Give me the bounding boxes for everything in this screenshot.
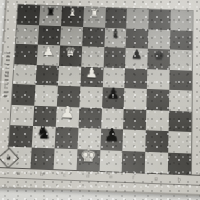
square-d7 [82, 27, 105, 48]
file-label: b [40, 171, 44, 177]
square-d3 [78, 107, 101, 129]
square-c6: ♛ [59, 45, 82, 66]
white-pawn: ♟ [56, 102, 80, 124]
white-king: ♚ [76, 145, 100, 167]
black-pawn: ♟ [125, 44, 148, 65]
black-knight: ♞ [32, 122, 56, 144]
square-b1 [30, 147, 54, 169]
square-d5: ♟ [80, 66, 103, 87]
square-b8: ♜ [39, 5, 62, 25]
square-b2: ♞ [32, 126, 56, 148]
square-g2 [146, 130, 169, 152]
white-rook: ♜ [83, 4, 106, 24]
square-b4 [34, 85, 58, 106]
board-grid: ♜♝♜♝♟♛♟♚♟♟♟♞♟♚ [7, 5, 192, 175]
square-a7 [16, 24, 39, 45]
square-a3 [10, 104, 34, 126]
square-h1 [168, 152, 191, 174]
square-e6 [103, 47, 126, 68]
file-label: c [63, 172, 66, 178]
square-a2 [9, 125, 33, 147]
square-f8 [127, 9, 149, 29]
white-pawn: ♟ [37, 41, 60, 62]
square-b6: ♟ [37, 45, 60, 66]
black-king: ♚ [148, 45, 171, 66]
square-h2 [168, 131, 191, 153]
square-e2: ♟ [100, 129, 123, 151]
maker-text-marks [3, 52, 10, 97]
square-g3 [146, 109, 169, 131]
square-c2 [54, 127, 78, 149]
file-label: e [109, 173, 112, 179]
white-pawn: ♟ [80, 63, 103, 84]
square-h3 [169, 110, 192, 132]
file-label: a [17, 170, 20, 176]
square-b5 [35, 65, 58, 86]
white-bishop: ♝ [61, 3, 84, 23]
file-label: h [178, 176, 181, 182]
square-g1 [145, 151, 168, 173]
square-f6: ♟ [125, 48, 148, 69]
square-c5 [58, 65, 81, 86]
file-label: f [132, 174, 134, 180]
square-a8 [17, 5, 40, 25]
square-e1 [99, 150, 123, 172]
square-e7: ♝ [104, 27, 127, 48]
square-a4 [12, 84, 36, 105]
square-h6 [170, 49, 192, 70]
file-label: g [154, 175, 157, 181]
square-f3 [123, 109, 146, 131]
square-g6: ♚ [148, 49, 171, 70]
square-f1 [122, 150, 145, 172]
square-g4 [147, 89, 170, 110]
square-h5 [169, 70, 192, 91]
square-f5 [125, 68, 148, 89]
square-d4 [79, 86, 102, 107]
chessboard-photo: ♜♝♜♝♟♛♟♚♟♟♟♞♟♚ abcdefgh [0, 0, 200, 200]
square-e4: ♟ [102, 87, 125, 108]
square-h8 [171, 10, 193, 30]
black-bishop: ♝ [104, 24, 127, 45]
square-c8: ♝ [61, 6, 84, 26]
square-c1 [53, 148, 77, 170]
square-h7 [170, 30, 192, 51]
square-c3: ♟ [55, 106, 79, 128]
board-frame: ♜♝♜♝♟♛♟♚♟♟♟♞♟♚ abcdefgh [0, 0, 200, 196]
square-d1: ♚ [76, 149, 100, 171]
file-label: d [86, 172, 89, 178]
square-a6 [14, 44, 37, 65]
square-a5 [13, 64, 37, 85]
square-h4 [169, 90, 192, 111]
white-queen: ♛ [59, 42, 82, 63]
black-pawn: ♟ [102, 84, 125, 105]
square-g8 [149, 9, 171, 29]
square-f2 [123, 129, 146, 151]
square-d8: ♜ [83, 7, 106, 27]
black-rook: ♜ [39, 2, 62, 22]
square-f4 [124, 88, 147, 109]
black-pawn: ♟ [100, 125, 123, 147]
square-g5 [147, 69, 170, 90]
